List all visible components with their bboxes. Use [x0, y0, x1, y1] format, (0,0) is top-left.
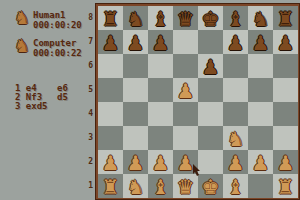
- white-pawn[interactable]: ♟: [123, 150, 148, 174]
- mouse-cursor-icon: [193, 161, 201, 180]
- rank-label-5: 5: [82, 78, 93, 102]
- square-b6[interactable]: [123, 54, 148, 78]
- square-c3[interactable]: [148, 126, 173, 150]
- square-c5[interactable]: [148, 78, 173, 102]
- black-bishop[interactable]: ♝: [148, 6, 173, 30]
- square-a2[interactable]: ♟: [98, 150, 123, 174]
- square-a3[interactable]: [98, 126, 123, 150]
- square-g4[interactable]: [248, 102, 273, 126]
- rank-label-3: 3: [82, 126, 93, 150]
- white-bishop[interactable]: ♝: [223, 174, 248, 198]
- square-e8[interactable]: ♚: [198, 6, 223, 30]
- square-d4[interactable]: [173, 102, 198, 126]
- black-pawn[interactable]: ♟: [198, 54, 223, 78]
- black-pawn[interactable]: ♟: [98, 30, 123, 54]
- square-f6[interactable]: [223, 54, 248, 78]
- black-move: d5: [57, 93, 68, 102]
- square-b2[interactable]: ♟: [123, 150, 148, 174]
- player1-name: Human1: [33, 10, 66, 20]
- move-number: 3: [15, 101, 20, 111]
- white-pawn[interactable]: ♟: [173, 78, 198, 102]
- square-h8[interactable]: ♜: [273, 6, 298, 30]
- chess-app-screen: ♞ Human1 000:00:20 ♞ Computer 000:00:22 …: [0, 0, 300, 200]
- square-b5[interactable]: [123, 78, 148, 102]
- rank-label-7: 7: [82, 30, 93, 54]
- square-h2[interactable]: ♟: [273, 150, 298, 174]
- black-pawn[interactable]: ♟: [148, 30, 173, 54]
- square-h1[interactable]: ♜: [273, 174, 298, 198]
- white-pawn[interactable]: ♟: [98, 150, 123, 174]
- square-g6[interactable]: [248, 54, 273, 78]
- square-a6[interactable]: [98, 54, 123, 78]
- black-rook[interactable]: ♜: [273, 6, 298, 30]
- square-f5[interactable]: [223, 78, 248, 102]
- black-pawn[interactable]: ♟: [123, 30, 148, 54]
- square-c8[interactable]: ♝: [148, 6, 173, 30]
- white-pawn[interactable]: ♟: [148, 150, 173, 174]
- rank-label-6: 6: [82, 54, 93, 78]
- square-h5[interactable]: [273, 78, 298, 102]
- rank-label-1: 1: [82, 174, 93, 198]
- black-pawn[interactable]: ♟: [248, 30, 273, 54]
- square-g7[interactable]: ♟: [248, 30, 273, 54]
- rank-labels: 87654321: [82, 6, 93, 198]
- square-h6[interactable]: [273, 54, 298, 78]
- black-knight[interactable]: ♞: [123, 6, 148, 30]
- square-a4[interactable]: [98, 102, 123, 126]
- white-pawn[interactable]: ♟: [248, 150, 273, 174]
- square-e1[interactable]: ♚: [198, 174, 223, 198]
- square-e4[interactable]: [198, 102, 223, 126]
- square-b4[interactable]: [123, 102, 148, 126]
- square-h7[interactable]: ♟: [273, 30, 298, 54]
- square-f1[interactable]: ♝: [223, 174, 248, 198]
- square-e5[interactable]: [198, 78, 223, 102]
- square-f7[interactable]: ♟: [223, 30, 248, 54]
- square-b7[interactable]: ♟: [123, 30, 148, 54]
- square-h4[interactable]: [273, 102, 298, 126]
- square-f3[interactable]: ♞: [223, 126, 248, 150]
- player1-knight-bust-icon: ♞: [12, 8, 32, 28]
- square-a7[interactable]: ♟: [98, 30, 123, 54]
- square-a8[interactable]: ♜: [98, 6, 123, 30]
- square-c1[interactable]: ♝: [148, 174, 173, 198]
- black-knight[interactable]: ♞: [248, 6, 273, 30]
- square-c2[interactable]: ♟: [148, 150, 173, 174]
- black-rook[interactable]: ♜: [98, 6, 123, 30]
- square-e6[interactable]: ♟: [198, 54, 223, 78]
- rank-label-8: 8: [82, 6, 93, 30]
- white-knight[interactable]: ♞: [123, 174, 148, 198]
- player2-clock: 000:00:22: [33, 48, 82, 58]
- square-c7[interactable]: ♟: [148, 30, 173, 54]
- square-e2[interactable]: [198, 150, 223, 174]
- square-f8[interactable]: ♝: [223, 6, 248, 30]
- white-bishop[interactable]: ♝: [148, 174, 173, 198]
- square-g3[interactable]: [248, 126, 273, 150]
- black-queen[interactable]: ♛: [173, 6, 198, 30]
- square-d3[interactable]: [173, 126, 198, 150]
- white-king[interactable]: ♚: [198, 174, 223, 198]
- square-a1[interactable]: ♜: [98, 174, 123, 198]
- square-e3[interactable]: [198, 126, 223, 150]
- player2-knight-bust-icon: ♞: [12, 36, 32, 56]
- black-pawn[interactable]: ♟: [223, 30, 248, 54]
- square-f4[interactable]: [223, 102, 248, 126]
- square-g5[interactable]: [248, 78, 273, 102]
- black-bishop[interactable]: ♝: [223, 6, 248, 30]
- rank-label-2: 2: [82, 150, 93, 174]
- square-b3[interactable]: [123, 126, 148, 150]
- square-d5[interactable]: ♟: [173, 78, 198, 102]
- square-g2[interactable]: ♟: [248, 150, 273, 174]
- square-f2[interactable]: ♟: [223, 150, 248, 174]
- square-d8[interactable]: ♛: [173, 6, 198, 30]
- white-knight[interactable]: ♞: [223, 126, 248, 150]
- black-pawn[interactable]: ♟: [273, 30, 298, 54]
- square-e7[interactable]: [198, 30, 223, 54]
- white-rook[interactable]: ♜: [273, 174, 298, 198]
- square-c6[interactable]: [148, 54, 173, 78]
- square-d6[interactable]: [173, 54, 198, 78]
- square-b8[interactable]: ♞: [123, 6, 148, 30]
- player2-name: Computer: [33, 38, 76, 48]
- player1-clock: 000:00:20: [33, 20, 82, 30]
- rank-label-4: 4: [82, 102, 93, 126]
- white-pawn[interactable]: ♟: [223, 150, 248, 174]
- black-king[interactable]: ♚: [198, 6, 223, 30]
- white-pawn[interactable]: ♟: [273, 150, 298, 174]
- square-h3[interactable]: [273, 126, 298, 150]
- square-a5[interactable]: [98, 78, 123, 102]
- white-rook[interactable]: ♜: [98, 174, 123, 198]
- square-c4[interactable]: [148, 102, 173, 126]
- square-b1[interactable]: ♞: [123, 174, 148, 198]
- square-g1[interactable]: [248, 174, 273, 198]
- square-g8[interactable]: ♞: [248, 6, 273, 30]
- square-d7[interactable]: [173, 30, 198, 54]
- white-move: exd5: [26, 101, 48, 111]
